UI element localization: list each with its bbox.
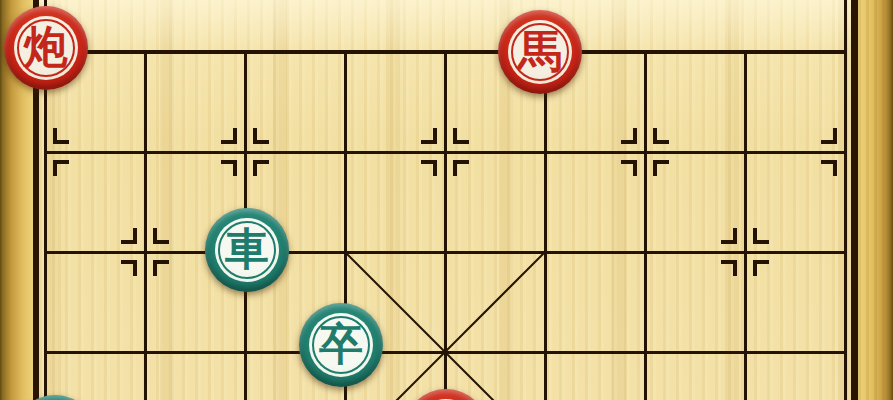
xiangqi-board[interactable]: 炮馬車卒 xyxy=(0,0,893,400)
piece-red-unknown[interactable] xyxy=(404,389,488,400)
piece-green-unknown[interactable] xyxy=(13,395,97,400)
piece-red-horse[interactable]: 馬 xyxy=(498,10,582,94)
piece-red-cannon[interactable]: 炮 xyxy=(4,6,88,90)
piece-character: 馬 xyxy=(518,29,562,73)
pieces-layer: 炮馬車卒 xyxy=(0,0,893,400)
piece-character: 卒 xyxy=(319,322,363,366)
piece-green-soldier[interactable]: 卒 xyxy=(299,303,383,387)
piece-character: 炮 xyxy=(24,25,68,69)
piece-character: 車 xyxy=(225,227,269,271)
piece-green-chariot[interactable]: 車 xyxy=(205,208,289,292)
